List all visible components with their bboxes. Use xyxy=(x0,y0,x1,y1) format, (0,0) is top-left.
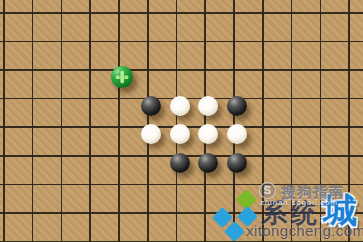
white-stone xyxy=(198,124,218,144)
sogou-logo-icon: S xyxy=(259,182,276,199)
black-stone xyxy=(198,153,218,173)
sogou-watermark-url: zhinan.sogou.com xyxy=(260,198,338,207)
black-stone xyxy=(170,153,190,173)
xitongcheng-big-text: 系统 xyxy=(261,196,321,231)
black-stone xyxy=(227,153,247,173)
white-stone xyxy=(198,96,218,116)
cursor-marker xyxy=(111,66,133,88)
xitongcheng-url: xitongcheng.com xyxy=(246,222,363,239)
white-stone xyxy=(227,124,247,144)
white-stone xyxy=(170,96,190,116)
black-stone xyxy=(227,96,247,116)
gomoku-board[interactable]: 系统 城 xitongcheng.com S 搜狗指南 zhinan.sogou… xyxy=(0,0,363,242)
logo-diamond-blue-bottom xyxy=(224,221,245,242)
xitongcheng-accent-char: 城 xyxy=(323,188,357,234)
white-stone xyxy=(170,124,190,144)
logo-diamond-blue-right xyxy=(237,206,258,227)
black-stone xyxy=(141,96,161,116)
sogou-watermark-title: 搜狗指南 xyxy=(281,183,345,202)
white-stone xyxy=(141,124,161,144)
